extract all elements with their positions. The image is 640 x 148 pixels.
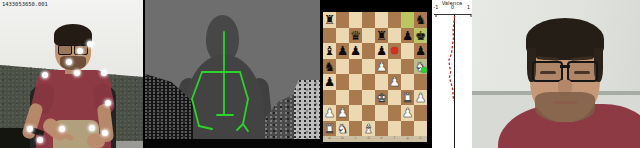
glasses-left-lens bbox=[532, 61, 563, 82]
subject-beard bbox=[535, 92, 595, 122]
black-pawn: ♟ bbox=[350, 43, 361, 59]
chess-board: ♜♞♛♜♟♚♝♟♟♟♟♞♟♞♟♟♚♜♟♟♟♟♜♞♝ bbox=[323, 12, 427, 136]
square-d6[interactable] bbox=[362, 43, 375, 59]
player-beard bbox=[60, 56, 86, 70]
square-b3[interactable] bbox=[336, 90, 349, 106]
square-a5[interactable]: ♞ bbox=[323, 59, 336, 75]
black-queen: ♛ bbox=[350, 28, 361, 44]
eye-looking-down-left bbox=[540, 71, 556, 74]
mocap-marker bbox=[87, 41, 93, 47]
mocap-marker bbox=[37, 137, 43, 143]
black-knight: ♞ bbox=[324, 59, 335, 75]
square-g3[interactable]: ♜ bbox=[401, 90, 414, 106]
subject-mouth bbox=[553, 101, 577, 104]
white-king: ♚ bbox=[376, 90, 387, 106]
square-c7[interactable]: ♛ bbox=[349, 28, 362, 44]
mocap-marker bbox=[59, 126, 65, 132]
black-pawn: ♟ bbox=[402, 28, 413, 44]
square-e8[interactable] bbox=[375, 12, 388, 28]
black-king: ♚ bbox=[415, 28, 426, 44]
chess-panel: ♜♞♛♜♟♚♝♟♟♟♟♞♟♞♟♟♚♜♟♟♟♟♜♞♝ abcdefgh bbox=[320, 0, 432, 148]
square-d8[interactable] bbox=[362, 12, 375, 28]
valence-plot-svg bbox=[432, 0, 472, 148]
mocap-marker bbox=[101, 70, 107, 76]
valence-plot-panel: Valence -1 0 1 bbox=[432, 0, 472, 148]
subject-hair bbox=[526, 18, 604, 60]
black-bishop: ♝ bbox=[324, 43, 335, 59]
skeleton-bone bbox=[243, 99, 248, 124]
white-knight: ♞ bbox=[337, 121, 348, 137]
square-b2[interactable]: ♟ bbox=[336, 105, 349, 121]
file-label-f: f bbox=[391, 136, 398, 139]
square-d3[interactable] bbox=[362, 90, 375, 106]
file-labels: abcdefgh bbox=[323, 136, 427, 142]
square-g7[interactable]: ♟ bbox=[401, 28, 414, 44]
white-pawn: ♟ bbox=[376, 59, 387, 75]
square-e6[interactable]: ♟ bbox=[375, 43, 388, 59]
square-f8[interactable] bbox=[388, 12, 401, 28]
square-f4[interactable]: ♟ bbox=[388, 74, 401, 90]
white-pawn: ♟ bbox=[389, 74, 400, 90]
skeleton-bone bbox=[237, 124, 243, 130]
square-d2[interactable] bbox=[362, 105, 375, 121]
player-right-hand bbox=[87, 134, 105, 148]
mocap-marker bbox=[89, 125, 95, 131]
square-h6[interactable]: ♟ bbox=[414, 43, 427, 59]
glasses-left-lens bbox=[58, 45, 72, 55]
red-target-dot bbox=[391, 47, 398, 54]
square-c3[interactable] bbox=[349, 90, 362, 106]
file-label-d: d bbox=[365, 136, 372, 139]
mocap-marker bbox=[74, 70, 80, 76]
square-g1[interactable] bbox=[401, 121, 414, 137]
depth-camera-panel bbox=[143, 0, 320, 148]
square-a2[interactable]: ♟ bbox=[323, 105, 336, 121]
green-source-dot bbox=[421, 67, 427, 73]
skeleton-bone bbox=[199, 126, 212, 129]
square-a6[interactable]: ♝ bbox=[323, 43, 336, 59]
square-b6[interactable]: ♟ bbox=[336, 43, 349, 59]
white-pawn: ♟ bbox=[402, 105, 413, 121]
square-g6[interactable] bbox=[401, 43, 414, 59]
square-g5[interactable] bbox=[401, 59, 414, 75]
square-c6[interactable]: ♟ bbox=[349, 43, 362, 59]
square-f2[interactable] bbox=[388, 105, 401, 121]
square-f5[interactable] bbox=[388, 59, 401, 75]
black-pawn: ♟ bbox=[376, 43, 387, 59]
subject-glasses bbox=[532, 61, 598, 80]
glasses-bridge bbox=[560, 65, 570, 68]
white-bishop: ♝ bbox=[363, 121, 374, 137]
square-e7[interactable]: ♜ bbox=[375, 28, 388, 44]
square-e2[interactable] bbox=[375, 105, 388, 121]
skeleton-bone bbox=[240, 72, 248, 99]
square-b5[interactable] bbox=[336, 59, 349, 75]
glasses-right-lens bbox=[567, 61, 598, 82]
square-c1[interactable] bbox=[349, 121, 362, 137]
square-g2[interactable]: ♟ bbox=[401, 105, 414, 121]
square-b7[interactable] bbox=[336, 28, 349, 44]
skeleton-bone bbox=[192, 72, 202, 99]
white-pawn: ♟ bbox=[415, 90, 426, 106]
white-rook: ♜ bbox=[324, 121, 335, 137]
file-label-c: c bbox=[352, 136, 359, 139]
square-d4[interactable] bbox=[362, 74, 375, 90]
square-c8[interactable] bbox=[349, 12, 362, 28]
file-label-h: h bbox=[417, 136, 424, 139]
square-f1[interactable] bbox=[388, 121, 401, 137]
mocap-marker bbox=[77, 48, 83, 54]
file-label-g: g bbox=[404, 136, 411, 139]
mocap-marker bbox=[66, 59, 72, 65]
black-pawn: ♟ bbox=[337, 43, 348, 59]
square-a3[interactable] bbox=[323, 90, 336, 106]
square-h7[interactable]: ♚ bbox=[414, 28, 427, 44]
square-a7[interactable] bbox=[323, 28, 336, 44]
square-b4[interactable] bbox=[336, 74, 349, 90]
mocap-marker bbox=[105, 100, 111, 106]
square-b8[interactable] bbox=[336, 12, 349, 28]
timestamp-label: 1433053650.001 bbox=[2, 1, 48, 7]
square-h4[interactable] bbox=[414, 74, 427, 90]
square-h8[interactable]: ♞ bbox=[414, 12, 427, 28]
mocap-marker bbox=[42, 72, 48, 78]
square-c4[interactable] bbox=[349, 74, 362, 90]
square-g8[interactable] bbox=[401, 12, 414, 28]
skeleton-bone bbox=[192, 99, 199, 126]
square-f3[interactable] bbox=[388, 90, 401, 106]
square-c5[interactable] bbox=[349, 59, 362, 75]
skeleton-bone bbox=[243, 124, 248, 131]
square-f6[interactable] bbox=[388, 43, 401, 59]
square-h1[interactable] bbox=[414, 121, 427, 137]
square-c2[interactable] bbox=[349, 105, 362, 121]
square-d7[interactable] bbox=[362, 28, 375, 44]
file-label-e: e bbox=[378, 136, 385, 139]
black-pawn: ♟ bbox=[415, 43, 426, 59]
valence-curve bbox=[449, 16, 455, 101]
square-a8[interactable]: ♜ bbox=[323, 12, 336, 28]
square-e4[interactable] bbox=[375, 74, 388, 90]
square-d5[interactable] bbox=[362, 59, 375, 75]
mocap-marker bbox=[102, 130, 108, 136]
square-e5[interactable]: ♟ bbox=[375, 59, 388, 75]
square-h5[interactable]: ♞ bbox=[414, 59, 427, 75]
mocap-marker bbox=[27, 126, 33, 132]
player-glasses bbox=[58, 45, 88, 54]
square-g4[interactable] bbox=[401, 74, 414, 90]
square-b1[interactable]: ♞ bbox=[336, 121, 349, 137]
skeleton-overlay bbox=[145, 0, 320, 148]
black-rook: ♜ bbox=[376, 28, 387, 44]
white-rook: ♜ bbox=[402, 90, 413, 106]
multiview-experiment-ui: 1433053650.001 ♜♞♛♜♟♚♝♟♟♟♟♞♟♞♟♟♚♜♟♟♟♟♜♞♝… bbox=[0, 0, 640, 148]
square-h3[interactable]: ♟ bbox=[414, 90, 427, 106]
face-camera-panel bbox=[472, 0, 640, 148]
square-e1[interactable] bbox=[375, 121, 388, 137]
black-rook: ♜ bbox=[324, 12, 335, 28]
square-a4[interactable]: ♟ bbox=[323, 74, 336, 90]
square-f7[interactable] bbox=[388, 28, 401, 44]
black-knight: ♞ bbox=[415, 12, 426, 28]
square-a1[interactable]: ♜ bbox=[323, 121, 336, 137]
white-pawn: ♟ bbox=[324, 105, 335, 121]
square-e3[interactable]: ♚ bbox=[375, 90, 388, 106]
square-d1[interactable]: ♝ bbox=[362, 121, 375, 137]
black-pawn: ♟ bbox=[324, 74, 335, 90]
square-h2[interactable] bbox=[414, 105, 427, 121]
white-pawn: ♟ bbox=[337, 105, 348, 121]
rgb-camera-panel: 1433053650.001 bbox=[0, 0, 143, 148]
file-label-b: b bbox=[339, 136, 346, 139]
eye-looking-down-right bbox=[574, 71, 590, 74]
file-label-a: a bbox=[326, 136, 333, 139]
